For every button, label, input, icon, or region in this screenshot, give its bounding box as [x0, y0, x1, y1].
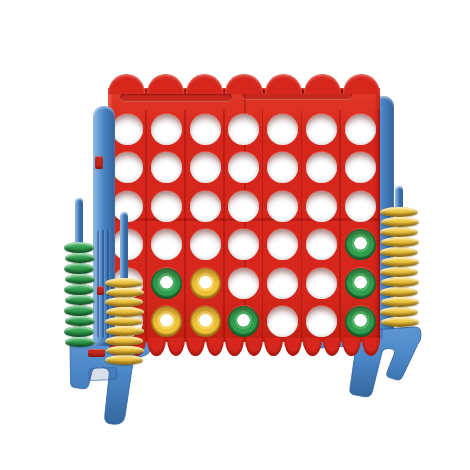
top-scallop: [147, 74, 184, 94]
green-ring[interactable]: [64, 263, 94, 274]
green-ring[interactable]: [65, 295, 95, 306]
yellow-ring[interactable]: [380, 247, 418, 257]
empty-hole: [190, 114, 221, 145]
board-cell[interactable]: [302, 264, 341, 303]
green-ring[interactable]: [64, 242, 94, 253]
ring-pile: [380, 207, 418, 327]
top-scallop: [108, 74, 145, 94]
board-bottom-edge: [108, 338, 380, 356]
green-ring[interactable]: [65, 337, 95, 348]
board-cell[interactable]: [147, 110, 186, 149]
board-grid: [108, 110, 380, 341]
empty-hole: [306, 191, 337, 222]
yellow-ring[interactable]: [106, 307, 144, 317]
top-scallop: [186, 74, 223, 94]
green-ring[interactable]: [65, 316, 95, 327]
empty-hole: [151, 229, 182, 260]
yellow-disc[interactable]: [151, 306, 182, 337]
board-cell[interactable]: [225, 264, 264, 303]
green-ring[interactable]: [65, 274, 95, 285]
board-cell[interactable]: [341, 226, 380, 265]
giant-connect-four-scene: [0, 0, 470, 470]
yellow-ring[interactable]: [381, 217, 419, 227]
yellow-ring[interactable]: [381, 317, 419, 327]
bottom-scallop: [264, 338, 283, 356]
board-cell[interactable]: [147, 264, 186, 303]
board-cell[interactable]: [186, 226, 225, 265]
top-scallop: [304, 74, 341, 94]
board-cell[interactable]: [263, 264, 302, 303]
empty-hole: [190, 191, 221, 222]
storage-pin: [120, 212, 128, 282]
empty-hole: [267, 306, 298, 337]
board-cell[interactable]: [186, 149, 225, 188]
green-disc[interactable]: [345, 306, 376, 337]
empty-hole: [306, 229, 337, 260]
yellow-ring[interactable]: [106, 326, 144, 336]
left-leg-plate: [89, 367, 118, 380]
board-cell[interactable]: [186, 110, 225, 149]
ring-pile: [105, 278, 143, 365]
board-top-edge: [108, 74, 380, 94]
empty-hole: [267, 268, 298, 299]
bottom-scallop: [342, 338, 361, 356]
yellow-disc[interactable]: [190, 306, 221, 337]
board-cell[interactable]: [225, 303, 264, 342]
yellow-ring[interactable]: [380, 287, 418, 297]
board-cell[interactable]: [263, 187, 302, 226]
green-disc[interactable]: [228, 306, 259, 337]
board-cell[interactable]: [263, 303, 302, 342]
green-disc[interactable]: [151, 268, 182, 299]
board-cell[interactable]: [147, 303, 186, 342]
yellow-ring[interactable]: [105, 355, 143, 365]
empty-hole: [151, 191, 182, 222]
board-cell[interactable]: [302, 149, 341, 188]
board-cell[interactable]: [225, 110, 264, 149]
board-cell[interactable]: [341, 303, 380, 342]
storage-pin: [75, 198, 83, 246]
empty-hole: [228, 152, 259, 183]
yellow-ring[interactable]: [105, 297, 143, 307]
board-cell[interactable]: [263, 110, 302, 149]
yellow-ring[interactable]: [380, 267, 418, 277]
empty-hole: [306, 306, 337, 337]
empty-hole: [267, 229, 298, 260]
yellow-ring[interactable]: [381, 277, 419, 287]
red-latch[interactable]: [97, 286, 104, 295]
yellow-ring[interactable]: [381, 257, 419, 267]
empty-hole: [228, 268, 259, 299]
bottom-scallop: [323, 338, 342, 356]
board-cell[interactable]: [225, 187, 264, 226]
empty-hole: [306, 152, 337, 183]
green-ring[interactable]: [64, 284, 94, 295]
board-cell[interactable]: [186, 187, 225, 226]
empty-hole: [345, 152, 376, 183]
bottom-scallop: [245, 338, 264, 356]
bottom-scallop: [284, 338, 303, 356]
bottom-scallop: [147, 338, 166, 356]
green-ring[interactable]: [64, 326, 94, 337]
board-cell[interactable]: [263, 226, 302, 265]
yellow-ring[interactable]: [380, 227, 418, 237]
board-cell[interactable]: [147, 187, 186, 226]
top-scallop: [265, 74, 302, 94]
bottom-scallop: [167, 338, 186, 356]
yellow-ring[interactable]: [380, 307, 418, 317]
green-disc[interactable]: [345, 229, 376, 260]
bottom-scallop: [206, 338, 225, 356]
bottom-scallop: [225, 338, 244, 356]
empty-hole: [267, 152, 298, 183]
empty-hole: [112, 152, 143, 183]
board-cell[interactable]: [186, 264, 225, 303]
empty-hole: [306, 114, 337, 145]
empty-hole: [267, 191, 298, 222]
board-cell[interactable]: [302, 110, 341, 149]
yellow-ring[interactable]: [106, 288, 144, 298]
empty-hole: [112, 114, 143, 145]
top-scallop: [225, 74, 262, 94]
board-cell[interactable]: [341, 110, 380, 149]
board-cell[interactable]: [302, 303, 341, 342]
board-cell[interactable]: [341, 149, 380, 188]
bottom-scallop: [362, 338, 381, 356]
green-ring[interactable]: [65, 253, 95, 264]
yellow-ring[interactable]: [381, 237, 419, 247]
connect-four-board: [108, 88, 380, 342]
yellow-ring[interactable]: [105, 317, 143, 327]
board-cell[interactable]: [147, 149, 186, 188]
board-cell[interactable]: [341, 264, 380, 303]
board-cell[interactable]: [341, 187, 380, 226]
yellow-ring[interactable]: [105, 336, 143, 346]
yellow-disc[interactable]: [190, 268, 221, 299]
empty-hole: [345, 114, 376, 145]
empty-hole: [228, 114, 259, 145]
yellow-ring[interactable]: [381, 297, 419, 307]
top-scallop: [343, 74, 380, 94]
board-cell[interactable]: [225, 226, 264, 265]
bottom-scallop: [186, 338, 205, 356]
yellow-ring[interactable]: [380, 207, 418, 217]
red-slider[interactable]: [95, 156, 103, 169]
ring-pile: [64, 242, 94, 347]
empty-hole: [267, 114, 298, 145]
empty-hole: [306, 268, 337, 299]
empty-hole: [228, 229, 259, 260]
board-cell[interactable]: [147, 226, 186, 265]
red-release-lever[interactable]: [88, 349, 105, 357]
board-cell[interactable]: [302, 226, 341, 265]
empty-hole: [190, 229, 221, 260]
board-cell[interactable]: [225, 149, 264, 188]
empty-hole: [228, 191, 259, 222]
board-cell[interactable]: [263, 149, 302, 188]
empty-hole: [345, 191, 376, 222]
empty-hole: [151, 114, 182, 145]
yellow-ring[interactable]: [106, 346, 144, 356]
board-cell[interactable]: [302, 187, 341, 226]
board-cell[interactable]: [186, 303, 225, 342]
empty-hole: [190, 152, 221, 183]
yellow-ring[interactable]: [105, 278, 143, 288]
bottom-scallop: [303, 338, 322, 356]
green-disc[interactable]: [345, 268, 376, 299]
empty-hole: [151, 152, 182, 183]
green-ring[interactable]: [64, 305, 94, 316]
